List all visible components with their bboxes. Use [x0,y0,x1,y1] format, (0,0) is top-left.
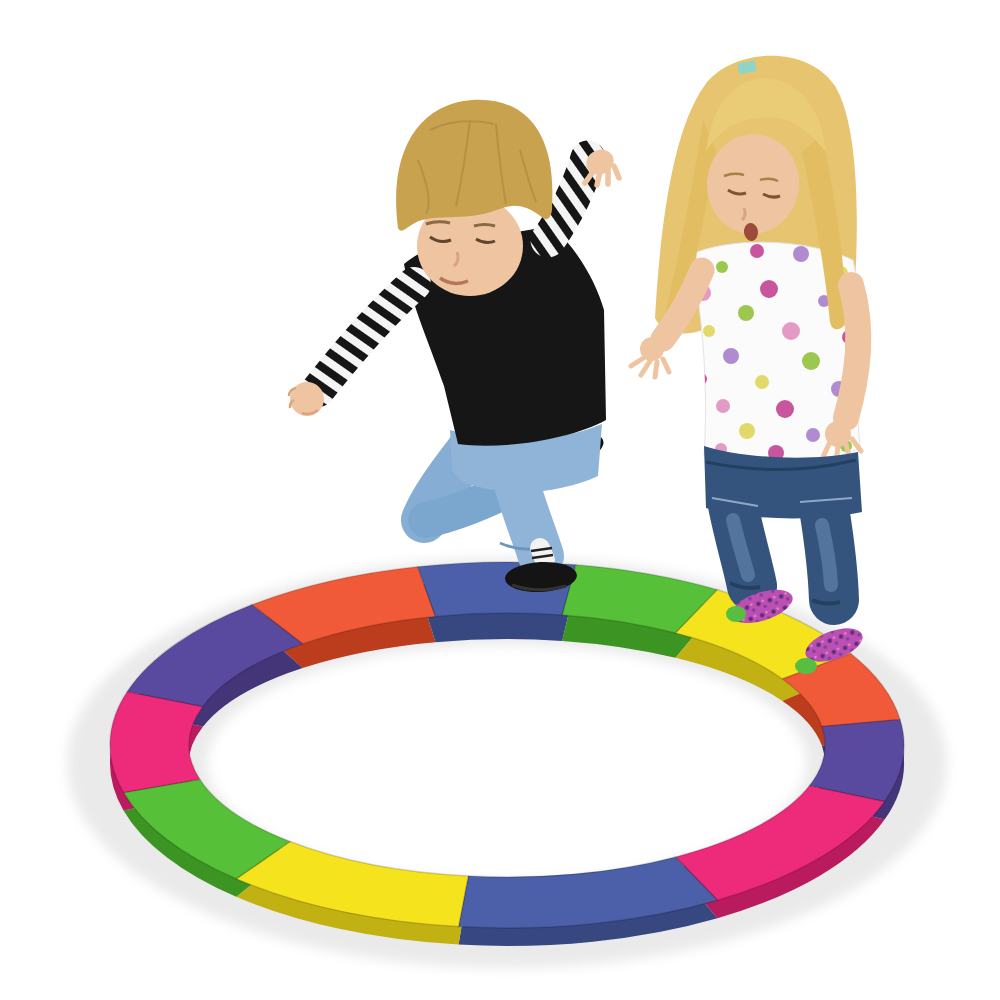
girl-jeans-wash-right [822,525,831,585]
polka-dot [739,423,755,439]
polka-dot [695,373,707,385]
polka-dot [782,322,800,340]
polka-dot [738,305,754,321]
polka-dot [802,352,820,370]
polka-dot [806,428,820,442]
boy-right-sleeve [548,158,588,240]
polka-dot [776,400,794,418]
polka-dot [760,280,778,298]
polka-dot [703,325,715,337]
polka-dot [723,348,739,364]
girl-back-slipper-green-toe [795,658,817,674]
girl-right-arm [846,285,858,418]
polka-dot [750,244,764,258]
boy-left-fist [289,382,324,416]
girl-front-slipper-green-heel [726,606,746,622]
polka-dot [755,375,769,389]
polka-dot [793,246,809,262]
balance-ring [110,562,904,946]
scene-photo [0,0,1000,1000]
polka-dot [716,261,728,273]
boy-figure [289,100,619,594]
photo-stage [0,0,1000,1000]
boy-left-sleeve [318,284,414,390]
ring-segment-10-pink [110,692,203,793]
polka-dot [716,399,730,413]
